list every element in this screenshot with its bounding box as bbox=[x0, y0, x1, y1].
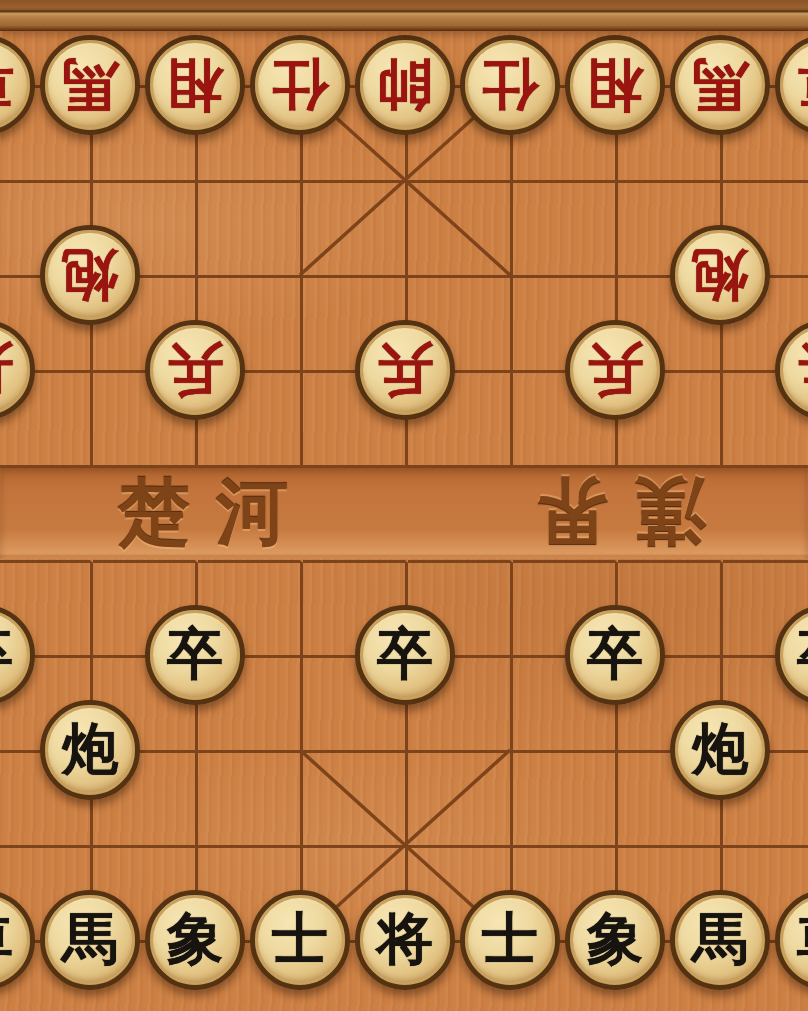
piece-glyph: 炮 bbox=[692, 247, 748, 303]
piece-glyph: 卒 bbox=[377, 626, 433, 682]
piece-red-cannon[interactable]: 炮 bbox=[670, 225, 770, 325]
piece-black-soldier[interactable]: 卒 bbox=[145, 605, 245, 705]
piece-black-horse[interactable]: 馬 bbox=[670, 890, 770, 990]
piece-red-advisor[interactable]: 仕 bbox=[460, 35, 560, 135]
piece-glyph: 車 bbox=[0, 911, 13, 967]
piece-black-general[interactable]: 将 bbox=[355, 890, 455, 990]
piece-glyph: 車 bbox=[797, 57, 808, 113]
piece-black-soldier[interactable]: 卒 bbox=[565, 605, 665, 705]
piece-glyph: 炮 bbox=[62, 247, 118, 303]
piece-glyph: 兵 bbox=[797, 342, 808, 398]
piece-glyph: 象 bbox=[587, 911, 643, 967]
piece-glyph: 馬 bbox=[692, 911, 748, 967]
piece-red-chariot[interactable]: 車 bbox=[775, 35, 808, 135]
piece-glyph: 卒 bbox=[797, 626, 808, 682]
piece-red-general[interactable]: 帥 bbox=[355, 35, 455, 135]
board-top-edge-molding bbox=[0, 0, 808, 31]
piece-black-chariot[interactable]: 車 bbox=[0, 890, 35, 990]
piece-glyph: 兵 bbox=[377, 342, 433, 398]
piece-black-soldier[interactable]: 卒 bbox=[0, 605, 35, 705]
piece-red-soldier[interactable]: 兵 bbox=[0, 320, 35, 420]
piece-glyph: 帥 bbox=[377, 57, 433, 113]
xiangqi-board[interactable]: 楚河 漢界 車馬相仕帥仕相馬車炮炮兵兵兵兵兵卒卒卒卒卒炮炮車馬象士将士象馬車 bbox=[0, 0, 808, 1011]
piece-glyph: 仕 bbox=[482, 57, 538, 113]
piece-red-soldier[interactable]: 兵 bbox=[565, 320, 665, 420]
piece-black-advisor[interactable]: 士 bbox=[250, 890, 350, 990]
piece-red-advisor[interactable]: 仕 bbox=[250, 35, 350, 135]
piece-red-soldier[interactable]: 兵 bbox=[355, 320, 455, 420]
piece-glyph: 士 bbox=[482, 911, 538, 967]
piece-black-soldier[interactable]: 卒 bbox=[775, 605, 808, 705]
piece-glyph: 兵 bbox=[167, 342, 223, 398]
piece-glyph: 仕 bbox=[272, 57, 328, 113]
piece-glyph: 卒 bbox=[0, 626, 13, 682]
piece-glyph: 相 bbox=[587, 57, 643, 113]
piece-red-cannon[interactable]: 炮 bbox=[40, 225, 140, 325]
piece-red-horse[interactable]: 馬 bbox=[40, 35, 140, 135]
piece-glyph: 炮 bbox=[692, 721, 748, 777]
pieces-layer: 車馬相仕帥仕相馬車炮炮兵兵兵兵兵卒卒卒卒卒炮炮車馬象士将士象馬車 bbox=[0, 0, 808, 1011]
piece-glyph: 士 bbox=[272, 911, 328, 967]
piece-black-chariot[interactable]: 車 bbox=[775, 890, 808, 990]
piece-black-cannon[interactable]: 炮 bbox=[40, 700, 140, 800]
piece-glyph: 象 bbox=[167, 911, 223, 967]
piece-glyph: 車 bbox=[797, 911, 808, 967]
piece-red-horse[interactable]: 馬 bbox=[670, 35, 770, 135]
piece-red-elephant[interactable]: 相 bbox=[565, 35, 665, 135]
piece-glyph: 卒 bbox=[167, 626, 223, 682]
piece-black-elephant[interactable]: 象 bbox=[565, 890, 665, 990]
piece-glyph: 炮 bbox=[62, 721, 118, 777]
piece-glyph: 車 bbox=[0, 57, 13, 113]
piece-glyph: 馬 bbox=[62, 911, 118, 967]
piece-red-soldier[interactable]: 兵 bbox=[145, 320, 245, 420]
piece-glyph: 馬 bbox=[62, 57, 118, 113]
piece-glyph: 兵 bbox=[0, 342, 13, 398]
piece-red-chariot[interactable]: 車 bbox=[0, 35, 35, 135]
piece-glyph: 相 bbox=[167, 57, 223, 113]
piece-black-cannon[interactable]: 炮 bbox=[670, 700, 770, 800]
piece-red-soldier[interactable]: 兵 bbox=[775, 320, 808, 420]
piece-glyph: 卒 bbox=[587, 626, 643, 682]
piece-black-advisor[interactable]: 士 bbox=[460, 890, 560, 990]
piece-glyph: 兵 bbox=[587, 342, 643, 398]
piece-black-horse[interactable]: 馬 bbox=[40, 890, 140, 990]
piece-glyph: 馬 bbox=[692, 57, 748, 113]
piece-black-elephant[interactable]: 象 bbox=[145, 890, 245, 990]
piece-glyph: 将 bbox=[377, 911, 433, 967]
piece-black-soldier[interactable]: 卒 bbox=[355, 605, 455, 705]
piece-red-elephant[interactable]: 相 bbox=[145, 35, 245, 135]
